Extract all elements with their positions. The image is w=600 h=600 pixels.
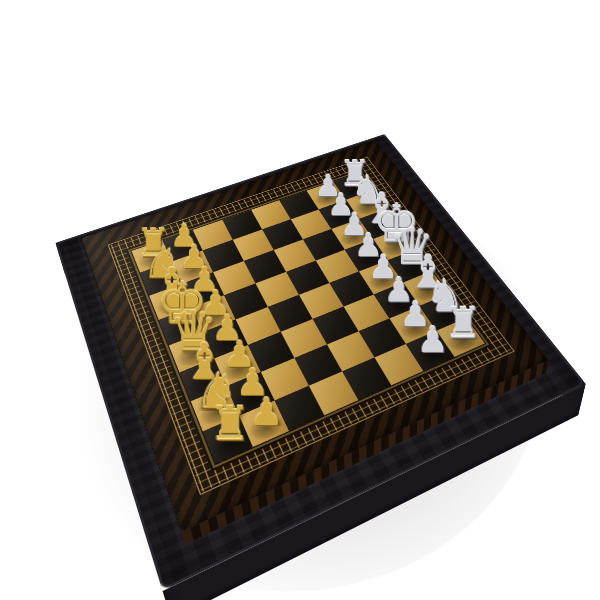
white-rook-a1: ♜ bbox=[182, 400, 277, 447]
chess-set-product-photo: ♜♟♟♜♞♟♟♞♝♟♟♝♚♟♟♚♛♟♟♛♝♟♟♝♞♟♟♞♜♟♟♜ bbox=[0, 0, 600, 600]
black-pawn-a7: ♟ bbox=[389, 322, 475, 358]
